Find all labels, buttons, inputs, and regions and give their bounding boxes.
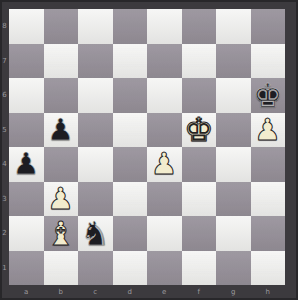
square-e7[interactable] bbox=[147, 44, 182, 79]
white-pawn[interactable]: ♟ bbox=[254, 115, 281, 145]
rank-label-6: 6 bbox=[0, 78, 9, 113]
square-a8[interactable] bbox=[9, 9, 44, 44]
white-king[interactable]: ♚ bbox=[184, 113, 214, 146]
square-a7[interactable] bbox=[9, 44, 44, 79]
square-d7[interactable] bbox=[113, 44, 148, 79]
square-e4[interactable]: ♟ bbox=[147, 147, 182, 182]
file-label-c: c bbox=[78, 285, 113, 299]
chess-board-frame: ♚♟♚♟♟♟♟♝♞ 87654321 abcdefgh bbox=[0, 0, 298, 300]
square-e8[interactable] bbox=[147, 9, 182, 44]
file-label-f: f bbox=[182, 285, 217, 299]
black-pawn[interactable]: ♟ bbox=[13, 149, 40, 179]
rank-label-2: 2 bbox=[0, 216, 9, 251]
square-e3[interactable] bbox=[147, 182, 182, 217]
square-g7[interactable] bbox=[216, 44, 251, 79]
rank-label-1: 1 bbox=[0, 251, 9, 286]
white-pawn[interactable]: ♟ bbox=[151, 149, 178, 179]
white-bishop[interactable]: ♝ bbox=[46, 217, 76, 250]
square-d8[interactable] bbox=[113, 9, 148, 44]
square-c4[interactable] bbox=[78, 147, 113, 182]
black-king[interactable]: ♚ bbox=[253, 79, 283, 112]
square-h5[interactable]: ♟ bbox=[251, 113, 286, 148]
square-c3[interactable] bbox=[78, 182, 113, 217]
square-h2[interactable] bbox=[251, 216, 286, 251]
square-d2[interactable] bbox=[113, 216, 148, 251]
black-knight[interactable]: ♞ bbox=[80, 217, 110, 250]
square-f1[interactable] bbox=[182, 251, 217, 286]
square-f4[interactable] bbox=[182, 147, 217, 182]
square-a4[interactable]: ♟ bbox=[9, 147, 44, 182]
square-b3[interactable]: ♟ bbox=[44, 182, 79, 217]
square-d1[interactable] bbox=[113, 251, 148, 286]
square-a1[interactable] bbox=[9, 251, 44, 286]
square-b1[interactable] bbox=[44, 251, 79, 286]
square-h6[interactable]: ♚ bbox=[251, 78, 286, 113]
square-f8[interactable] bbox=[182, 9, 217, 44]
square-f3[interactable] bbox=[182, 182, 217, 217]
square-e6[interactable] bbox=[147, 78, 182, 113]
square-e1[interactable] bbox=[147, 251, 182, 286]
square-g6[interactable] bbox=[216, 78, 251, 113]
square-b2[interactable]: ♝ bbox=[44, 216, 79, 251]
square-c5[interactable] bbox=[78, 113, 113, 148]
square-g5[interactable] bbox=[216, 113, 251, 148]
rank-label-4: 4 bbox=[0, 147, 9, 182]
square-g2[interactable] bbox=[216, 216, 251, 251]
square-g1[interactable] bbox=[216, 251, 251, 286]
rank-label-5: 5 bbox=[0, 113, 9, 148]
file-label-a: a bbox=[9, 285, 44, 299]
square-f5[interactable]: ♚ bbox=[182, 113, 217, 148]
square-a2[interactable] bbox=[9, 216, 44, 251]
square-e2[interactable] bbox=[147, 216, 182, 251]
file-label-h: h bbox=[251, 285, 286, 299]
square-a5[interactable] bbox=[9, 113, 44, 148]
square-h8[interactable] bbox=[251, 9, 286, 44]
square-d6[interactable] bbox=[113, 78, 148, 113]
square-h7[interactable] bbox=[251, 44, 286, 79]
square-d5[interactable] bbox=[113, 113, 148, 148]
square-b5[interactable]: ♟ bbox=[44, 113, 79, 148]
square-c1[interactable] bbox=[78, 251, 113, 286]
square-g4[interactable] bbox=[216, 147, 251, 182]
square-a6[interactable] bbox=[9, 78, 44, 113]
board: ♚♟♚♟♟♟♟♝♞ bbox=[9, 9, 285, 285]
file-label-e: e bbox=[147, 285, 182, 299]
rank-label-7: 7 bbox=[0, 44, 9, 79]
square-f2[interactable] bbox=[182, 216, 217, 251]
square-h3[interactable] bbox=[251, 182, 286, 217]
square-g3[interactable] bbox=[216, 182, 251, 217]
square-e5[interactable] bbox=[147, 113, 182, 148]
square-d3[interactable] bbox=[113, 182, 148, 217]
square-b8[interactable] bbox=[44, 9, 79, 44]
file-label-g: g bbox=[216, 285, 251, 299]
white-pawn[interactable]: ♟ bbox=[47, 184, 74, 214]
square-b7[interactable] bbox=[44, 44, 79, 79]
square-h4[interactable] bbox=[251, 147, 286, 182]
square-c6[interactable] bbox=[78, 78, 113, 113]
file-label-d: d bbox=[113, 285, 148, 299]
square-a3[interactable] bbox=[9, 182, 44, 217]
square-h1[interactable] bbox=[251, 251, 286, 286]
square-b4[interactable] bbox=[44, 147, 79, 182]
square-b6[interactable] bbox=[44, 78, 79, 113]
file-label-b: b bbox=[44, 285, 79, 299]
square-c8[interactable] bbox=[78, 9, 113, 44]
black-pawn[interactable]: ♟ bbox=[47, 115, 74, 145]
square-c2[interactable]: ♞ bbox=[78, 216, 113, 251]
rank-label-3: 3 bbox=[0, 182, 9, 217]
square-d4[interactable] bbox=[113, 147, 148, 182]
square-c7[interactable] bbox=[78, 44, 113, 79]
square-f7[interactable] bbox=[182, 44, 217, 79]
square-f6[interactable] bbox=[182, 78, 217, 113]
square-g8[interactable] bbox=[216, 9, 251, 44]
rank-label-8: 8 bbox=[0, 9, 9, 44]
